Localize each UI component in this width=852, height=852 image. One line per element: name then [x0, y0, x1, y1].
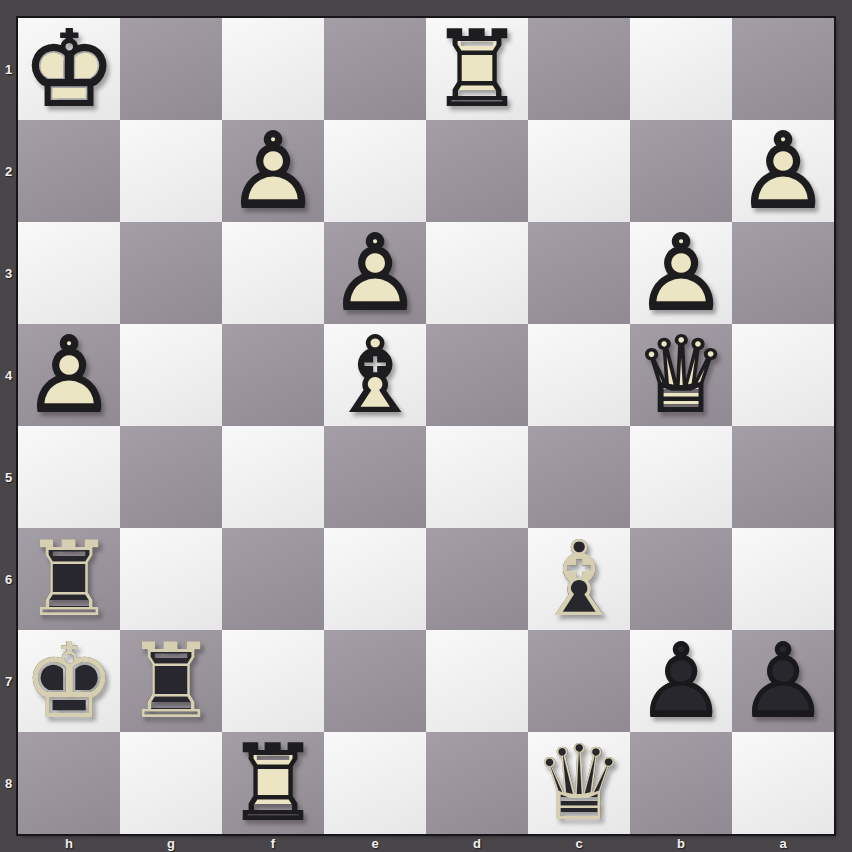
- square-b5[interactable]: [630, 426, 732, 528]
- square-d3[interactable]: [426, 222, 528, 324]
- square-c8[interactable]: ♛♕: [528, 732, 630, 834]
- square-a5[interactable]: [732, 426, 834, 528]
- file-label-a: a: [732, 835, 834, 852]
- square-c5[interactable]: [528, 426, 630, 528]
- square-b1[interactable]: [630, 18, 732, 120]
- square-g8[interactable]: [120, 732, 222, 834]
- piece-white-bishop-e4[interactable]: ♝♗: [324, 324, 426, 426]
- square-f8[interactable]: ♜♖: [222, 732, 324, 834]
- square-f1[interactable]: [222, 18, 324, 120]
- square-d1[interactable]: ♜♖: [426, 18, 528, 120]
- file-label-h: h: [18, 835, 120, 852]
- square-e7[interactable]: [324, 630, 426, 732]
- square-b6[interactable]: [630, 528, 732, 630]
- white-queen-outline: ♕: [630, 324, 732, 426]
- black-bishop-outline: ♗: [528, 528, 630, 630]
- square-a8[interactable]: [732, 732, 834, 834]
- rank-label-1: 1: [0, 18, 17, 120]
- piece-white-pawn-b3[interactable]: ♟♙: [630, 222, 732, 324]
- rank-label-6: 6: [0, 528, 17, 630]
- white-pawn-outline: ♙: [732, 120, 834, 222]
- rank-label-5: 5: [0, 426, 17, 528]
- rank-label-8: 8: [0, 732, 17, 834]
- square-e1[interactable]: [324, 18, 426, 120]
- square-h2[interactable]: [18, 120, 120, 222]
- piece-black-bishop-c6[interactable]: ♝♗: [528, 528, 630, 630]
- file-label-d: d: [426, 835, 528, 852]
- black-pawn-outline: ♙: [732, 630, 834, 732]
- square-d8[interactable]: [426, 732, 528, 834]
- file-label-c: c: [528, 835, 630, 852]
- file-label-e: e: [324, 835, 426, 852]
- square-e3[interactable]: ♟♙: [324, 222, 426, 324]
- file-label-g: g: [120, 835, 222, 852]
- rank-label-4: 4: [0, 324, 17, 426]
- piece-white-queen-b4[interactable]: ♛♕: [630, 324, 732, 426]
- piece-white-king-h1[interactable]: ♚♔: [18, 18, 120, 120]
- square-b7[interactable]: ♟♙: [630, 630, 732, 732]
- white-rook-outline: ♖: [426, 18, 528, 120]
- square-c6[interactable]: ♝♗: [528, 528, 630, 630]
- black-rook-outline: ♖: [120, 630, 222, 732]
- white-rook-outline: ♖: [222, 732, 324, 834]
- square-e6[interactable]: [324, 528, 426, 630]
- square-h6[interactable]: ♜♖: [18, 528, 120, 630]
- piece-black-queen-c8[interactable]: ♛♕: [528, 732, 630, 834]
- square-g6[interactable]: [120, 528, 222, 630]
- square-h3[interactable]: [18, 222, 120, 324]
- square-g5[interactable]: [120, 426, 222, 528]
- square-b2[interactable]: [630, 120, 732, 222]
- piece-black-rook-g7[interactable]: ♜♖: [120, 630, 222, 732]
- square-h4[interactable]: ♟♙: [18, 324, 120, 426]
- square-a1[interactable]: [732, 18, 834, 120]
- white-pawn-outline: ♙: [324, 222, 426, 324]
- square-c4[interactable]: [528, 324, 630, 426]
- white-bishop-outline: ♗: [324, 324, 426, 426]
- square-f5[interactable]: [222, 426, 324, 528]
- square-h5[interactable]: [18, 426, 120, 528]
- piece-black-pawn-a7[interactable]: ♟♙: [732, 630, 834, 732]
- black-queen-outline: ♕: [528, 732, 630, 834]
- square-a7[interactable]: ♟♙: [732, 630, 834, 732]
- rank-label-7: 7: [0, 630, 17, 732]
- white-pawn-outline: ♙: [18, 324, 120, 426]
- square-e5[interactable]: [324, 426, 426, 528]
- piece-white-pawn-a2[interactable]: ♟♙: [732, 120, 834, 222]
- square-d2[interactable]: [426, 120, 528, 222]
- white-pawn-outline: ♙: [222, 120, 324, 222]
- square-a3[interactable]: [732, 222, 834, 324]
- square-e8[interactable]: [324, 732, 426, 834]
- square-e2[interactable]: [324, 120, 426, 222]
- piece-black-pawn-b7[interactable]: ♟♙: [630, 630, 732, 732]
- square-b3[interactable]: ♟♙: [630, 222, 732, 324]
- square-h7[interactable]: ♚♔: [18, 630, 120, 732]
- black-king-outline: ♔: [18, 630, 120, 732]
- square-f2[interactable]: ♟♙: [222, 120, 324, 222]
- square-c3[interactable]: [528, 222, 630, 324]
- square-f6[interactable]: [222, 528, 324, 630]
- square-f4[interactable]: [222, 324, 324, 426]
- piece-white-pawn-f2[interactable]: ♟♙: [222, 120, 324, 222]
- piece-black-king-h7[interactable]: ♚♔: [18, 630, 120, 732]
- piece-black-rook-h6[interactable]: ♜♖: [18, 528, 120, 630]
- square-g4[interactable]: [120, 324, 222, 426]
- board: ♚♔♜♖♟♙♟♙♟♙♟♙♟♙♝♗♛♕♜♖♝♗♚♔♜♖♟♙♟♙♜♖♛♕: [18, 18, 834, 834]
- piece-white-rook-f8[interactable]: ♜♖: [222, 732, 324, 834]
- square-d6[interactable]: [426, 528, 528, 630]
- square-a6[interactable]: [732, 528, 834, 630]
- square-g7[interactable]: ♜♖: [120, 630, 222, 732]
- rank-label-3: 3: [0, 222, 17, 324]
- square-c1[interactable]: [528, 18, 630, 120]
- file-label-b: b: [630, 835, 732, 852]
- square-f7[interactable]: [222, 630, 324, 732]
- square-g2[interactable]: [120, 120, 222, 222]
- square-c2[interactable]: [528, 120, 630, 222]
- rank-label-2: 2: [0, 120, 17, 222]
- square-b4[interactable]: ♛♕: [630, 324, 732, 426]
- chess-diagram: ♚♔♜♖♟♙♟♙♟♙♟♙♟♙♝♗♛♕♜♖♝♗♚♔♜♖♟♙♟♙♜♖♛♕ 12345…: [0, 0, 852, 852]
- square-a4[interactable]: [732, 324, 834, 426]
- square-d5[interactable]: [426, 426, 528, 528]
- black-rook-outline: ♖: [18, 528, 120, 630]
- square-f3[interactable]: [222, 222, 324, 324]
- white-pawn-outline: ♙: [630, 222, 732, 324]
- square-d7[interactable]: [426, 630, 528, 732]
- square-g3[interactable]: [120, 222, 222, 324]
- square-h1[interactable]: ♚♔: [18, 18, 120, 120]
- square-e4[interactable]: ♝♗: [324, 324, 426, 426]
- square-d4[interactable]: [426, 324, 528, 426]
- piece-white-pawn-h4[interactable]: ♟♙: [18, 324, 120, 426]
- square-g1[interactable]: [120, 18, 222, 120]
- piece-white-rook-d1[interactable]: ♜♖: [426, 18, 528, 120]
- square-h8[interactable]: [18, 732, 120, 834]
- piece-white-pawn-e3[interactable]: ♟♙: [324, 222, 426, 324]
- black-pawn-outline: ♙: [630, 630, 732, 732]
- square-c7[interactable]: [528, 630, 630, 732]
- white-king-outline: ♔: [18, 18, 120, 120]
- file-label-f: f: [222, 835, 324, 852]
- square-b8[interactable]: [630, 732, 732, 834]
- square-a2[interactable]: ♟♙: [732, 120, 834, 222]
